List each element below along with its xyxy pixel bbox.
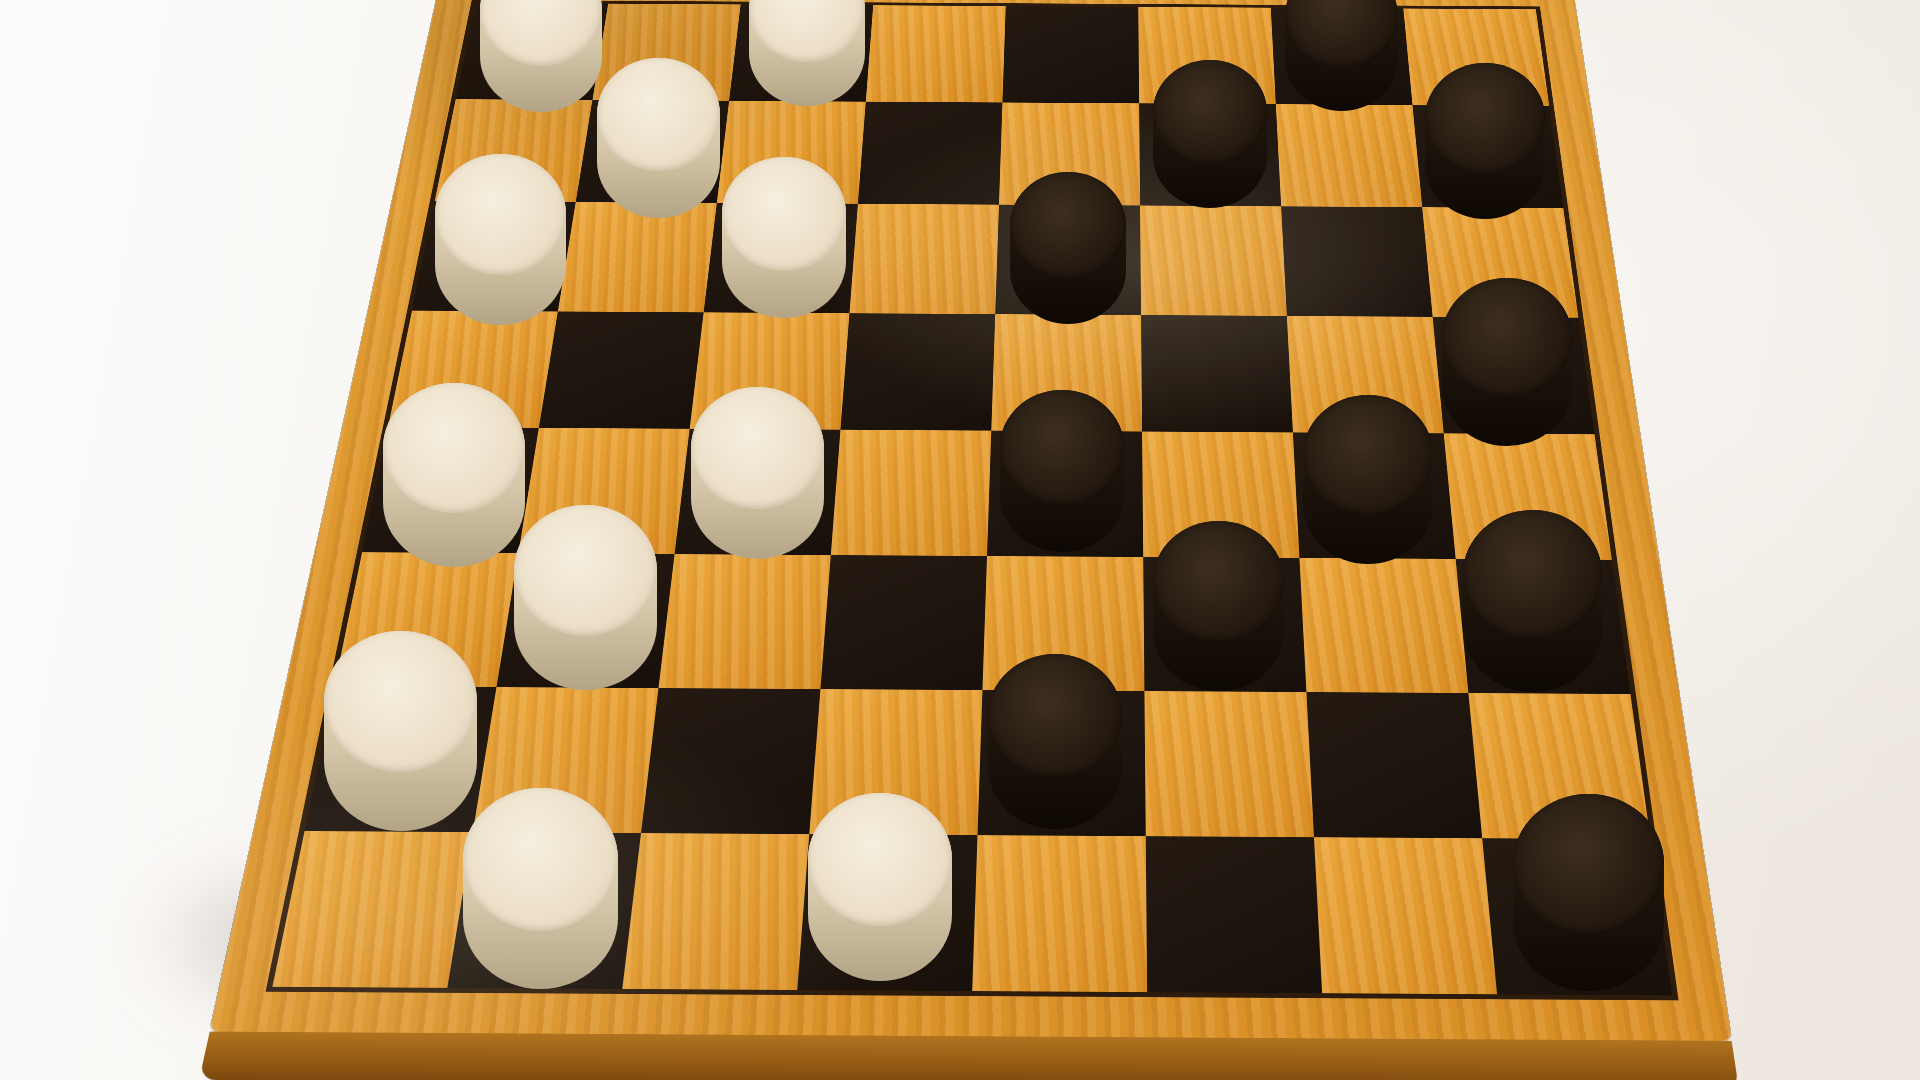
checker-white[interactable] [383, 383, 524, 567]
checker-black[interactable] [1442, 278, 1572, 446]
checker-black[interactable] [1153, 60, 1267, 208]
pieces-layer [0, 0, 1920, 1080]
checker-black[interactable] [1513, 794, 1665, 991]
checker-white[interactable] [808, 793, 952, 980]
piece-top-face [722, 157, 845, 270]
piece-top-face [1000, 390, 1125, 505]
piece-top-face [1442, 278, 1572, 397]
piece-top-face [1513, 794, 1665, 934]
checker-white[interactable] [435, 154, 566, 324]
piece-top-face [324, 631, 477, 772]
piece-top-face [808, 793, 952, 926]
piece-top-face [435, 154, 566, 274]
checker-black[interactable] [1303, 395, 1433, 564]
checker-black[interactable] [1463, 510, 1603, 692]
checker-black[interactable] [1000, 390, 1125, 552]
piece-top-face [514, 505, 657, 636]
checker-white[interactable] [480, 0, 602, 112]
checker-white[interactable] [463, 788, 618, 989]
checker-black[interactable] [1425, 63, 1546, 220]
piece-top-face [1153, 60, 1267, 165]
piece-top-face [597, 58, 720, 171]
checker-white[interactable] [691, 387, 824, 559]
checker-black[interactable] [988, 654, 1123, 829]
checker-black[interactable] [1010, 172, 1127, 324]
piece-top-face [1010, 172, 1127, 279]
piece-top-face [383, 383, 524, 513]
checker-white[interactable] [722, 157, 845, 317]
piece-top-face [1463, 510, 1603, 639]
photo-background [0, 0, 1920, 1080]
piece-top-face [988, 654, 1123, 778]
checker-black[interactable] [1285, 0, 1398, 111]
checker-white[interactable] [749, 0, 864, 106]
checker-white[interactable] [597, 58, 720, 218]
piece-top-face [1425, 63, 1546, 174]
checker-white[interactable] [324, 631, 477, 831]
piece-top-face [463, 788, 618, 931]
checker-black[interactable] [1153, 521, 1284, 691]
checker-white[interactable] [514, 505, 657, 690]
piece-top-face [1303, 395, 1433, 515]
piece-top-face [691, 387, 824, 509]
piece-top-face [1153, 521, 1284, 641]
